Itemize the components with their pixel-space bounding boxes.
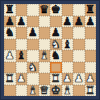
square-c3[interactable]: ♞ — [27, 62, 39, 74]
square-g6[interactable] — [73, 27, 85, 39]
square-f2[interactable]: ♟ — [62, 73, 74, 85]
piece-black-bishop[interactable]: ♝ — [16, 50, 26, 62]
chess-board-frame: ♜♛♚♜♟♟♟♟♟♞♟♟♞♝♟♝♝♞♞♜♟♜♟♟♟♝♛♚♝♜ — [0, 0, 100, 100]
square-h6[interactable] — [85, 27, 97, 39]
piece-white-rook[interactable]: ♜ — [51, 73, 61, 85]
square-g5[interactable] — [73, 39, 85, 51]
piece-black-knight[interactable]: ♞ — [5, 27, 15, 39]
piece-white-pawn[interactable]: ♟ — [62, 73, 72, 85]
square-h7[interactable]: ♟ — [85, 16, 97, 28]
square-f8[interactable] — [62, 4, 74, 16]
piece-white-rook[interactable]: ♜ — [5, 73, 15, 85]
piece-black-pawn[interactable]: ♟ — [62, 16, 72, 28]
square-h1[interactable]: ♜ — [85, 85, 97, 97]
piece-black-rook[interactable]: ♜ — [5, 4, 15, 16]
piece-black-pawn[interactable]: ♟ — [16, 16, 26, 28]
square-f4[interactable] — [62, 50, 74, 62]
square-b8[interactable] — [16, 4, 28, 16]
square-g4[interactable] — [73, 50, 85, 62]
square-e6[interactable]: ♟ — [50, 27, 62, 39]
square-b7[interactable]: ♟ — [16, 16, 28, 28]
piece-white-king[interactable]: ♚ — [51, 85, 61, 97]
square-e2[interactable]: ♜ — [50, 73, 62, 85]
square-c1[interactable]: ♝ — [27, 85, 39, 97]
square-b6[interactable] — [16, 27, 28, 39]
square-c8[interactable] — [27, 4, 39, 16]
square-g8[interactable] — [73, 4, 85, 16]
square-d7[interactable] — [39, 16, 51, 28]
square-c5[interactable] — [27, 39, 39, 51]
square-a6[interactable]: ♞ — [4, 27, 16, 39]
piece-black-king[interactable]: ♚ — [51, 4, 61, 16]
square-e8[interactable]: ♚ — [50, 4, 62, 16]
square-a8[interactable]: ♜ — [4, 4, 16, 16]
piece-black-queen[interactable]: ♛ — [39, 4, 49, 16]
piece-black-pawn[interactable]: ♟ — [28, 27, 38, 39]
piece-white-knight[interactable]: ♞ — [28, 62, 38, 74]
square-c6[interactable]: ♟ — [27, 27, 39, 39]
piece-black-pawn[interactable]: ♟ — [51, 27, 61, 39]
piece-black-rook[interactable]: ♜ — [85, 4, 95, 16]
square-h2[interactable]: ♟ — [85, 73, 97, 85]
piece-white-queen[interactable]: ♛ — [39, 85, 49, 97]
square-d3[interactable] — [39, 62, 51, 74]
piece-black-pawn[interactable]: ♟ — [74, 16, 84, 28]
chess-board: ♜♛♚♜♟♟♟♟♟♞♟♟♞♝♟♝♝♞♞♜♟♜♟♟♟♝♛♚♝♜ — [4, 4, 96, 96]
square-d6[interactable] — [39, 27, 51, 39]
piece-white-bishop[interactable]: ♝ — [28, 85, 38, 97]
square-g1[interactable] — [73, 85, 85, 97]
piece-white-rook[interactable]: ♜ — [85, 85, 95, 97]
square-b2[interactable]: ♟ — [16, 73, 28, 85]
square-d2[interactable] — [39, 73, 51, 85]
square-f5[interactable]: ♝ — [62, 39, 74, 51]
piece-white-pawn[interactable]: ♟ — [74, 73, 84, 85]
square-f6[interactable] — [62, 27, 74, 39]
piece-white-pawn[interactable]: ♟ — [5, 50, 15, 62]
square-h5[interactable] — [85, 39, 97, 51]
square-h4[interactable] — [85, 50, 97, 62]
piece-white-pawn[interactable]: ♟ — [16, 73, 26, 85]
square-c2[interactable] — [27, 73, 39, 85]
square-e4[interactable]: ♞ — [50, 50, 62, 62]
square-b4[interactable]: ♝ — [16, 50, 28, 62]
piece-black-knight[interactable]: ♞ — [51, 50, 61, 62]
square-b1[interactable] — [16, 85, 28, 97]
square-d8[interactable]: ♛ — [39, 4, 51, 16]
piece-black-bishop[interactable]: ♝ — [62, 39, 72, 51]
square-f1[interactable]: ♝ — [62, 85, 74, 97]
square-h8[interactable]: ♜ — [85, 4, 97, 16]
square-d1[interactable]: ♛ — [39, 85, 51, 97]
piece-black-pawn[interactable]: ♟ — [85, 16, 95, 28]
square-a1[interactable] — [4, 85, 16, 97]
square-c4[interactable] — [27, 50, 39, 62]
piece-white-pawn[interactable]: ♟ — [85, 73, 95, 85]
piece-white-bishop[interactable]: ♝ — [39, 50, 49, 62]
square-d4[interactable]: ♝ — [39, 50, 51, 62]
square-a2[interactable]: ♜ — [4, 73, 16, 85]
piece-white-bishop[interactable]: ♝ — [62, 85, 72, 97]
square-e1[interactable]: ♚ — [50, 85, 62, 97]
square-g7[interactable]: ♟ — [73, 16, 85, 28]
square-g2[interactable]: ♟ — [73, 73, 85, 85]
square-f7[interactable]: ♟ — [62, 16, 74, 28]
square-a4[interactable]: ♟ — [4, 50, 16, 62]
